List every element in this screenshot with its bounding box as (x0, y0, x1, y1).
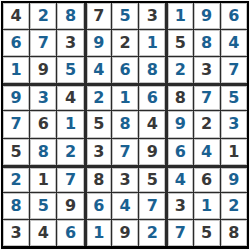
cell-r5c4[interactable]: 5 (87, 111, 111, 137)
cell-r9c2[interactable]: 4 (30, 220, 56, 246)
cell-r1c2[interactable]: 2 (30, 3, 56, 29)
cell-r5c7[interactable]: 9 (168, 111, 192, 137)
cell-r6c2[interactable]: 8 (30, 139, 56, 165)
cell-r8c9[interactable]: 2 (221, 193, 247, 219)
cell-r3c4[interactable]: 4 (87, 57, 111, 83)
cell-r6c8[interactable]: 4 (194, 139, 220, 165)
cell-r6c6[interactable]: 9 (139, 139, 165, 165)
cell-r1c1[interactable]: 4 (3, 3, 29, 29)
cell-r4c6[interactable]: 6 (139, 86, 165, 110)
cell-r5c2[interactable]: 6 (30, 111, 56, 137)
cell-r8c3[interactable]: 9 (57, 193, 83, 219)
cell-r9c9[interactable]: 8 (221, 220, 247, 246)
cell-r5c1[interactable]: 7 (3, 111, 29, 137)
cell-r4c7[interactable]: 8 (168, 86, 192, 110)
cell-r3c1[interactable]: 1 (3, 57, 29, 83)
cell-r1c9[interactable]: 6 (221, 3, 247, 29)
cell-r6c1[interactable]: 5 (3, 139, 29, 165)
cell-r2c4[interactable]: 9 (87, 30, 111, 56)
cell-r3c3[interactable]: 5 (57, 57, 83, 83)
cell-r8c2[interactable]: 5 (30, 193, 56, 219)
cell-r1c3[interactable]: 8 (57, 3, 83, 29)
cell-r3c5[interactable]: 6 (112, 57, 138, 83)
cell-r2c3[interactable]: 3 (57, 30, 83, 56)
cell-r6c5[interactable]: 7 (112, 139, 138, 165)
cell-r2c7[interactable]: 5 (168, 30, 192, 56)
cell-r6c3[interactable]: 2 (57, 139, 83, 165)
cell-r4c4[interactable]: 2 (87, 86, 111, 110)
cell-r6c7[interactable]: 6 (168, 139, 192, 165)
cell-r2c2[interactable]: 7 (30, 30, 56, 56)
cell-r3c9[interactable]: 7 (221, 57, 247, 83)
cell-r1c8[interactable]: 9 (194, 3, 220, 29)
cell-r5c6[interactable]: 4 (139, 111, 165, 137)
cell-r2c8[interactable]: 8 (194, 30, 220, 56)
cell-r5c5[interactable]: 8 (112, 111, 138, 137)
cell-r9c6[interactable]: 2 (139, 220, 165, 246)
cell-r2c5[interactable]: 2 (112, 30, 138, 56)
cell-r7c1[interactable]: 2 (3, 168, 29, 192)
cell-r7c9[interactable]: 9 (221, 168, 247, 192)
cell-r8c6[interactable]: 7 (139, 193, 165, 219)
cell-r3c6[interactable]: 8 (139, 57, 165, 83)
cell-r3c2[interactable]: 9 (30, 57, 56, 83)
cell-r8c5[interactable]: 4 (112, 193, 138, 219)
cell-r9c8[interactable]: 5 (194, 220, 220, 246)
cell-r6c4[interactable]: 3 (87, 139, 111, 165)
cell-r4c9[interactable]: 5 (221, 86, 247, 110)
cell-r3c7[interactable]: 2 (168, 57, 192, 83)
cell-r5c9[interactable]: 3 (221, 111, 247, 137)
cell-r1c4[interactable]: 7 (87, 3, 111, 29)
cell-r5c8[interactable]: 2 (194, 111, 220, 137)
cell-r7c8[interactable]: 6 (194, 168, 220, 192)
cell-r9c3[interactable]: 6 (57, 220, 83, 246)
cell-r9c5[interactable]: 9 (112, 220, 138, 246)
cell-r5c3[interactable]: 1 (57, 111, 83, 137)
cell-r2c9[interactable]: 4 (221, 30, 247, 56)
cell-r1c7[interactable]: 1 (168, 3, 192, 29)
cell-r1c5[interactable]: 5 (112, 3, 138, 29)
cell-r9c1[interactable]: 3 (3, 220, 29, 246)
cell-r1c6[interactable]: 3 (139, 3, 165, 29)
cell-r2c1[interactable]: 6 (3, 30, 29, 56)
cell-r7c4[interactable]: 8 (87, 168, 111, 192)
cell-r9c4[interactable]: 1 (87, 220, 111, 246)
cell-r7c6[interactable]: 5 (139, 168, 165, 192)
sudoku-board: 4287531966739215841954682379342168757615… (1, 1, 249, 249)
cell-r6c9[interactable]: 1 (221, 139, 247, 165)
cell-r8c8[interactable]: 1 (194, 193, 220, 219)
page: 4287531966739215841954682379342168757615… (0, 0, 250, 250)
cell-r4c3[interactable]: 4 (57, 86, 83, 110)
cell-r3c8[interactable]: 3 (194, 57, 220, 83)
cell-r8c7[interactable]: 3 (168, 193, 192, 219)
cell-r7c2[interactable]: 1 (30, 168, 56, 192)
cell-r4c2[interactable]: 3 (30, 86, 56, 110)
cell-r4c5[interactable]: 1 (112, 86, 138, 110)
cell-r2c6[interactable]: 1 (139, 30, 165, 56)
cell-r7c7[interactable]: 4 (168, 168, 192, 192)
cell-r9c7[interactable]: 7 (168, 220, 192, 246)
cell-r4c8[interactable]: 7 (194, 86, 220, 110)
cell-r4c1[interactable]: 9 (3, 86, 29, 110)
cell-r8c4[interactable]: 6 (87, 193, 111, 219)
cell-r8c1[interactable]: 8 (3, 193, 29, 219)
cell-r7c5[interactable]: 3 (112, 168, 138, 192)
cell-r7c3[interactable]: 7 (57, 168, 83, 192)
